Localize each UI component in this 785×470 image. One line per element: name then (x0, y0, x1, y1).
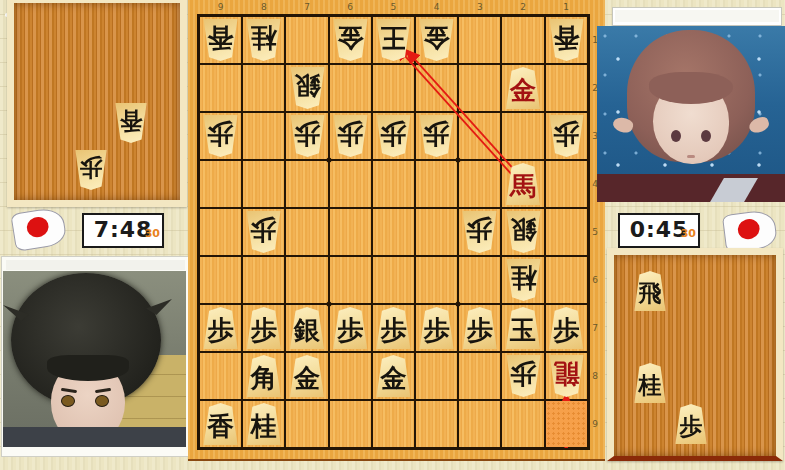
piece-kanji: 歩 (294, 115, 320, 153)
file-label-7: 7 (304, 2, 310, 12)
piece-kanji: 金 (337, 19, 363, 57)
piece-kanji: 歩 (80, 150, 103, 186)
square-6i[interactable] (330, 401, 371, 447)
square-4e[interactable] (416, 209, 457, 255)
file-label-1: 1 (563, 2, 569, 12)
left-clock-time: 7:48 (94, 217, 153, 242)
square-7e[interactable] (286, 209, 327, 255)
file-label-8: 8 (261, 2, 267, 12)
piece-kanji: 歩 (337, 311, 363, 349)
square-1e[interactable] (546, 209, 587, 255)
avatar-collar (3, 427, 186, 447)
square-9d[interactable] (200, 161, 241, 207)
square-6e[interactable] (330, 209, 371, 255)
square-1f[interactable] (546, 257, 587, 303)
square-9f[interactable] (200, 257, 241, 303)
square-8d[interactable] (243, 161, 284, 207)
piece-kanji: 歩 (380, 311, 406, 349)
right-player-name-bar (612, 7, 782, 26)
piece-kanji: 角 (251, 359, 277, 397)
square-4i[interactable] (416, 401, 457, 447)
square-9e[interactable] (200, 209, 241, 255)
square-5e[interactable] (373, 209, 414, 255)
file-label-6: 6 (347, 2, 353, 12)
highlight-square-1i (546, 401, 587, 447)
piece-kanji: 歩 (380, 115, 406, 153)
right-player-avatar (597, 26, 785, 202)
square-1b[interactable] (546, 65, 587, 111)
piece-kanji: 歩 (337, 115, 363, 153)
right-player-clock: 0:45 30 (618, 213, 700, 248)
piece-kanji: 馬 (510, 167, 536, 205)
avatar-eye (95, 395, 109, 407)
square-5b[interactable] (373, 65, 414, 111)
piece-kanji: 龍 (553, 355, 579, 393)
square-5d[interactable] (373, 161, 414, 207)
square-9b[interactable] (200, 65, 241, 111)
left-clock-byoyomi: 30 (145, 219, 160, 249)
square-1d[interactable] (546, 161, 587, 207)
piece-kanji: 銀 (294, 67, 320, 105)
rank-label-8: 8 (592, 371, 598, 381)
square-7i[interactable] (286, 401, 327, 447)
avatar-eye (61, 395, 75, 407)
piece-kanji: 歩 (208, 115, 234, 153)
square-3c[interactable] (459, 113, 500, 159)
square-8f[interactable] (243, 257, 284, 303)
piece-kanji: 桂 (639, 367, 662, 403)
right-player-flag-japan (722, 209, 778, 253)
piece-kanji: 歩 (510, 355, 536, 393)
square-3f[interactable] (459, 257, 500, 303)
rank-label-6: 6 (592, 275, 598, 285)
piece-kanji: 金 (294, 359, 320, 397)
square-8c[interactable] (243, 113, 284, 159)
square-3b[interactable] (459, 65, 500, 111)
piece-kanji: 飛 (639, 275, 662, 311)
file-label-9: 9 (218, 2, 224, 12)
board-star-point (456, 302, 461, 307)
left-player-flag-japan (10, 206, 67, 252)
piece-kanji: 歩 (553, 311, 579, 349)
piece-kanji: 歩 (424, 311, 450, 349)
avatar-eye (671, 130, 681, 142)
square-2a[interactable] (502, 17, 543, 63)
square-6b[interactable] (330, 65, 371, 111)
piece-kanji: 金 (380, 359, 406, 397)
piece-kanji: 金 (510, 71, 536, 109)
file-label-2: 2 (520, 2, 526, 12)
file-label-3: 3 (477, 2, 483, 12)
square-4b[interactable] (416, 65, 457, 111)
piece-kanji: 歩 (467, 211, 493, 249)
square-3i[interactable] (459, 401, 500, 447)
piece-kanji: 玉 (510, 311, 536, 349)
piece-kanji: 歩 (680, 408, 703, 444)
square-5i[interactable] (373, 401, 414, 447)
board-star-point (326, 302, 331, 307)
avatar-mouth (687, 155, 695, 158)
board-star-point (456, 158, 461, 163)
piece-kanji: 銀 (294, 311, 320, 349)
square-3a[interactable] (459, 17, 500, 63)
left-player-avatar (3, 271, 186, 447)
square-4d[interactable] (416, 161, 457, 207)
piece-kanji: 桂 (251, 407, 277, 445)
avatar-eye (701, 130, 711, 142)
square-2i[interactable] (502, 401, 543, 447)
right-clock-time: 0:45 (630, 217, 689, 242)
app-window: 7:48 30 987654321123456789香桂金王金香銀金歩歩歩歩歩歩 (0, 0, 785, 470)
piece-kanji: 桂 (251, 19, 277, 57)
piece-kanji: 歩 (424, 115, 450, 153)
name-bar-inner (615, 10, 779, 22)
avatar-fringe (47, 355, 129, 381)
left-player-name-bar (6, 260, 185, 270)
square-3h[interactable] (459, 353, 500, 399)
avatar-bangs (649, 72, 733, 104)
rank-label-7: 7 (592, 323, 598, 333)
board-star-point (326, 158, 331, 163)
piece-kanji: 桂 (510, 259, 536, 297)
piece-kanji: 香 (553, 19, 579, 57)
file-label-4: 4 (434, 2, 440, 12)
piece-kanji: 歩 (208, 311, 234, 349)
left-player-clock: 7:48 30 (82, 213, 164, 248)
square-7a[interactable] (286, 17, 327, 63)
piece-kanji: 歩 (467, 311, 493, 349)
piece-kanji: 香 (120, 103, 143, 139)
piece-kanji: 歩 (251, 211, 277, 249)
square-6f[interactable] (330, 257, 371, 303)
shogi-board-panel: 987654321123456789香桂金王金香銀金歩歩歩歩歩歩馬歩歩銀桂歩歩銀… (188, 0, 605, 461)
piece-kanji: 香 (208, 407, 234, 445)
square-9h[interactable] (200, 353, 241, 399)
piece-kanji: 歩 (553, 115, 579, 153)
square-2c[interactable] (502, 113, 543, 159)
piece-kanji: 香 (208, 19, 234, 57)
flag-sun (735, 216, 762, 242)
square-3d[interactable] (459, 161, 500, 207)
square-7d[interactable] (286, 161, 327, 207)
rank-label-9: 9 (592, 419, 598, 429)
piece-kanji: 金 (424, 19, 450, 57)
piece-kanji: 王 (380, 19, 406, 57)
right-clock-byoyomi: 30 (681, 219, 696, 249)
flag-sun (24, 214, 52, 241)
rank-label-5: 5 (592, 227, 598, 237)
piece-kanji: 歩 (251, 311, 277, 349)
file-label-5: 5 (391, 2, 397, 12)
square-8b[interactable] (243, 65, 284, 111)
square-5f[interactable] (373, 257, 414, 303)
square-4f[interactable] (416, 257, 457, 303)
piece-kanji: 銀 (510, 211, 536, 249)
square-4h[interactable] (416, 353, 457, 399)
square-6d[interactable] (330, 161, 371, 207)
square-6h[interactable] (330, 353, 371, 399)
square-7f[interactable] (286, 257, 327, 303)
